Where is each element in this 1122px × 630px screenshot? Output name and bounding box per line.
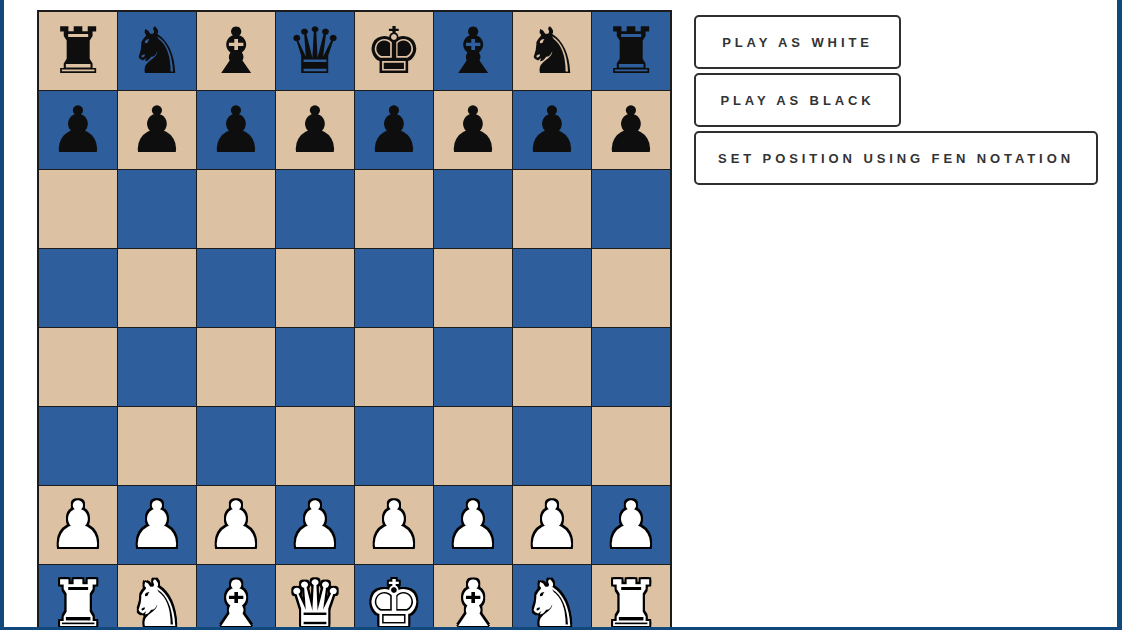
black-pawn-g7[interactable]: ♟ <box>523 98 580 162</box>
square-b8[interactable]: ♞ <box>118 12 196 90</box>
black-pawn-c7[interactable]: ♟ <box>207 98 264 162</box>
square-a4[interactable] <box>39 328 117 406</box>
square-d2[interactable]: ♟ <box>276 486 354 564</box>
white-pawn-b2[interactable]: ♟ <box>128 493 185 557</box>
square-a7[interactable]: ♟ <box>39 91 117 169</box>
side-panel: PLAY AS WHITE PLAY AS BLACK SET POSITION… <box>694 15 1098 189</box>
set-position-fen-button[interactable]: SET POSITION USING FEN NOTATION <box>694 131 1098 185</box>
square-b4[interactable] <box>118 328 196 406</box>
white-knight-g1[interactable]: ♞ <box>523 572 580 630</box>
square-g3[interactable] <box>513 407 591 485</box>
square-c2[interactable]: ♟ <box>197 486 275 564</box>
square-g1[interactable]: ♞ <box>513 565 591 630</box>
white-pawn-d2[interactable]: ♟ <box>286 493 343 557</box>
black-queen-d8[interactable]: ♛ <box>286 19 343 83</box>
square-b7[interactable]: ♟ <box>118 91 196 169</box>
square-b1[interactable]: ♞ <box>118 565 196 630</box>
square-g6[interactable] <box>513 170 591 248</box>
white-queen-d1[interactable]: ♛ <box>286 572 343 630</box>
black-king-e8[interactable]: ♚ <box>365 19 422 83</box>
black-rook-a8[interactable]: ♜ <box>49 19 106 83</box>
black-pawn-f7[interactable]: ♟ <box>444 98 501 162</box>
square-e3[interactable] <box>355 407 433 485</box>
black-pawn-e7[interactable]: ♟ <box>365 98 422 162</box>
square-h2[interactable]: ♟ <box>592 486 670 564</box>
square-b3[interactable] <box>118 407 196 485</box>
square-f6[interactable] <box>434 170 512 248</box>
white-bishop-c1[interactable]: ♝ <box>207 572 264 630</box>
square-c7[interactable]: ♟ <box>197 91 275 169</box>
square-a1[interactable]: ♜ <box>39 565 117 630</box>
white-pawn-a2[interactable]: ♟ <box>49 493 106 557</box>
square-h3[interactable] <box>592 407 670 485</box>
white-pawn-f2[interactable]: ♟ <box>444 493 501 557</box>
square-g8[interactable]: ♞ <box>513 12 591 90</box>
square-g7[interactable]: ♟ <box>513 91 591 169</box>
square-f3[interactable] <box>434 407 512 485</box>
square-e7[interactable]: ♟ <box>355 91 433 169</box>
square-f7[interactable]: ♟ <box>434 91 512 169</box>
square-c3[interactable] <box>197 407 275 485</box>
black-rook-h8[interactable]: ♜ <box>602 19 659 83</box>
square-a3[interactable] <box>39 407 117 485</box>
square-a6[interactable] <box>39 170 117 248</box>
square-f2[interactable]: ♟ <box>434 486 512 564</box>
square-b5[interactable] <box>118 249 196 327</box>
square-h7[interactable]: ♟ <box>592 91 670 169</box>
white-pawn-h2[interactable]: ♟ <box>602 493 659 557</box>
white-king-e1[interactable]: ♚ <box>365 572 422 630</box>
black-knight-g8[interactable]: ♞ <box>523 19 580 83</box>
square-e8[interactable]: ♚ <box>355 12 433 90</box>
black-pawn-a7[interactable]: ♟ <box>49 98 106 162</box>
square-e5[interactable] <box>355 249 433 327</box>
square-e6[interactable] <box>355 170 433 248</box>
square-a5[interactable] <box>39 249 117 327</box>
black-pawn-b7[interactable]: ♟ <box>128 98 185 162</box>
square-d3[interactable] <box>276 407 354 485</box>
white-knight-b1[interactable]: ♞ <box>128 572 185 630</box>
white-pawn-e2[interactable]: ♟ <box>365 493 422 557</box>
white-bishop-f1[interactable]: ♝ <box>444 572 501 630</box>
square-g2[interactable]: ♟ <box>513 486 591 564</box>
white-rook-a1[interactable]: ♜ <box>49 572 106 630</box>
square-f1[interactable]: ♝ <box>434 565 512 630</box>
black-pawn-d7[interactable]: ♟ <box>286 98 343 162</box>
black-pawn-h7[interactable]: ♟ <box>602 98 659 162</box>
square-e2[interactable]: ♟ <box>355 486 433 564</box>
square-a8[interactable]: ♜ <box>39 12 117 90</box>
square-c5[interactable] <box>197 249 275 327</box>
play-as-white-button[interactable]: PLAY AS WHITE <box>694 15 901 69</box>
black-knight-b8[interactable]: ♞ <box>128 19 185 83</box>
square-f5[interactable] <box>434 249 512 327</box>
square-e4[interactable] <box>355 328 433 406</box>
page-frame: ♜♞♝♛♚♝♞♜♟♟♟♟♟♟♟♟♟♟♟♟♟♟♟♟♜♞♝♛♚♝♞♜ PLAY AS… <box>0 0 1122 630</box>
white-rook-h1[interactable]: ♜ <box>602 572 659 630</box>
white-pawn-g2[interactable]: ♟ <box>523 493 580 557</box>
chess-board: ♜♞♝♛♚♝♞♜♟♟♟♟♟♟♟♟♟♟♟♟♟♟♟♟♜♞♝♛♚♝♞♜ <box>37 10 672 630</box>
square-d4[interactable] <box>276 328 354 406</box>
play-as-black-button[interactable]: PLAY AS BLACK <box>694 73 901 127</box>
square-c6[interactable] <box>197 170 275 248</box>
square-h6[interactable] <box>592 170 670 248</box>
square-h8[interactable]: ♜ <box>592 12 670 90</box>
white-pawn-c2[interactable]: ♟ <box>207 493 264 557</box>
square-d5[interactable] <box>276 249 354 327</box>
square-c1[interactable]: ♝ <box>197 565 275 630</box>
square-h1[interactable]: ♜ <box>592 565 670 630</box>
square-d1[interactable]: ♛ <box>276 565 354 630</box>
square-a2[interactable]: ♟ <box>39 486 117 564</box>
square-b6[interactable] <box>118 170 196 248</box>
square-d7[interactable]: ♟ <box>276 91 354 169</box>
square-f4[interactable] <box>434 328 512 406</box>
black-bishop-c8[interactable]: ♝ <box>207 19 264 83</box>
black-bishop-f8[interactable]: ♝ <box>444 19 501 83</box>
square-h5[interactable] <box>592 249 670 327</box>
square-d8[interactable]: ♛ <box>276 12 354 90</box>
square-c8[interactable]: ♝ <box>197 12 275 90</box>
square-b2[interactable]: ♟ <box>118 486 196 564</box>
square-g4[interactable] <box>513 328 591 406</box>
square-d6[interactable] <box>276 170 354 248</box>
square-f8[interactable]: ♝ <box>434 12 512 90</box>
square-c4[interactable] <box>197 328 275 406</box>
square-h4[interactable] <box>592 328 670 406</box>
square-e1[interactable]: ♚ <box>355 565 433 630</box>
square-g5[interactable] <box>513 249 591 327</box>
